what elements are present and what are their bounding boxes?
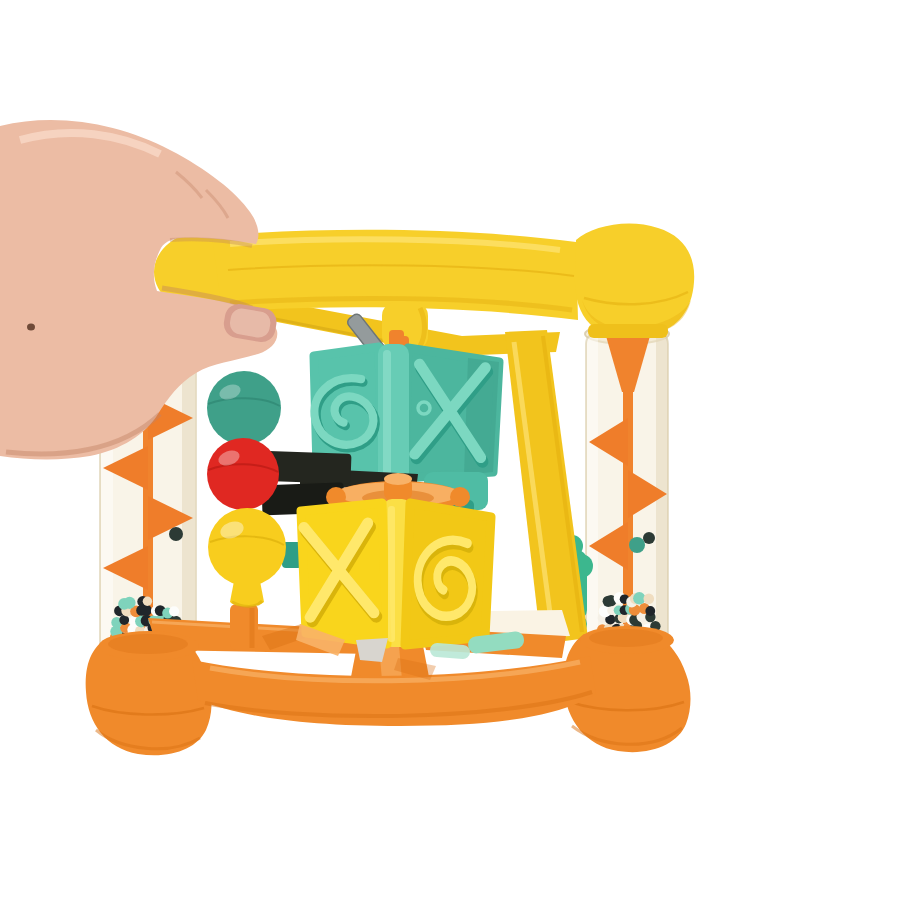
knob-wing-right bbox=[450, 487, 470, 507]
tube-left-edge bbox=[182, 340, 195, 656]
toy-photo bbox=[0, 0, 900, 900]
right-knob-collar bbox=[588, 324, 668, 338]
teal-spine-highlight bbox=[383, 350, 391, 478]
rolling-bead-right-teal bbox=[629, 537, 645, 553]
micro-bead bbox=[169, 606, 179, 616]
base-left-socket bbox=[108, 634, 188, 654]
abacus-ball-yellow bbox=[208, 508, 286, 586]
micro-bead bbox=[119, 615, 129, 625]
spinner-bottom-yellow bbox=[296, 499, 525, 662]
teal-spine bbox=[378, 344, 409, 482]
micro-bead bbox=[123, 597, 135, 609]
mole bbox=[27, 324, 35, 331]
yellow-spine-highlight bbox=[388, 506, 395, 642]
photo-stage bbox=[0, 0, 900, 900]
micro-bead bbox=[644, 593, 655, 604]
rolling-bead-left bbox=[169, 527, 183, 541]
abacus-stack bbox=[207, 371, 286, 607]
tube-right-highlight bbox=[587, 338, 598, 654]
mint-bar-2 bbox=[430, 643, 471, 660]
rolling-bead-right-dark bbox=[643, 532, 655, 544]
abacus-ball-red bbox=[207, 438, 279, 510]
abacus-ball-teal bbox=[207, 371, 281, 445]
base-right-socket bbox=[589, 629, 663, 647]
micro-bead bbox=[645, 606, 655, 616]
micro-bead bbox=[143, 597, 152, 606]
rattle-tube-right bbox=[585, 324, 669, 658]
knob-hub-top bbox=[384, 473, 412, 485]
